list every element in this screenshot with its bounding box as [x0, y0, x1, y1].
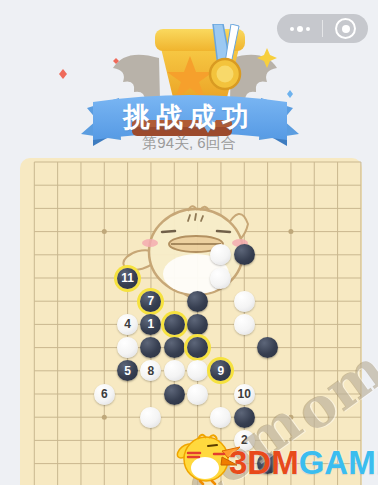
record-circle-icon	[335, 18, 356, 39]
stone-black-move-11: 11	[117, 268, 138, 289]
stone-white	[164, 360, 185, 381]
stone-white-move-6: 6	[94, 384, 115, 405]
stone-black	[164, 337, 185, 358]
miniprogram-capsule	[277, 14, 368, 43]
stone-white	[234, 314, 255, 335]
stone-black	[234, 244, 255, 265]
stone-black-move-7: 7	[140, 291, 161, 312]
logo-3dm-text: 3DM	[229, 444, 299, 481]
stone-black	[164, 314, 185, 335]
more-dots-icon	[290, 26, 310, 32]
banner-title: 挑战成功	[0, 99, 378, 135]
stone-white	[210, 268, 231, 289]
stone-white	[234, 291, 255, 312]
close-capsule-button[interactable]	[323, 14, 368, 43]
stone-black	[164, 384, 185, 405]
stone-white-move-10: 10	[234, 384, 255, 405]
logo-game-text: GAME	[299, 444, 378, 481]
stone-black	[187, 291, 208, 312]
sparkle-red-icon	[59, 69, 67, 79]
stone-white	[140, 407, 161, 428]
stone-white	[187, 384, 208, 405]
level-round-subtitle: 第94关, 6回合	[0, 134, 378, 153]
stone-white-move-4: 4	[117, 314, 138, 335]
stone-white	[210, 407, 231, 428]
stone-black	[187, 314, 208, 335]
stone-black	[234, 407, 255, 428]
result-screen: 挑战成功 第94关, 6回合 117415896102 om com	[0, 0, 378, 485]
watermark-logo: 3DMGAME	[229, 444, 378, 482]
more-options-button[interactable]	[277, 14, 322, 43]
